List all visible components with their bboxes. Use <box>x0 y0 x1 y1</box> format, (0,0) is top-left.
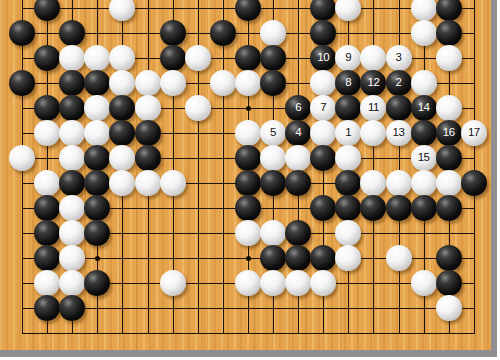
black-stone[interactable] <box>109 95 135 121</box>
black-stone[interactable] <box>34 245 60 271</box>
white-stone[interactable] <box>411 0 437 21</box>
white-stone[interactable] <box>185 45 211 71</box>
black-stone[interactable] <box>135 145 161 171</box>
black-stone[interactable]: 8 <box>335 70 361 96</box>
white-stone[interactable] <box>360 45 386 71</box>
black-stone[interactable] <box>335 95 361 121</box>
white-stone[interactable] <box>235 220 261 246</box>
black-stone[interactable] <box>235 45 261 71</box>
white-stone[interactable] <box>84 120 110 146</box>
white-stone[interactable]: 5 <box>260 120 286 146</box>
white-stone[interactable] <box>411 70 437 96</box>
white-stone[interactable] <box>335 145 361 171</box>
white-stone[interactable]: 17 <box>461 120 487 146</box>
move-number-label: 11 <box>368 102 379 114</box>
move-number-label: 2 <box>396 77 402 89</box>
white-stone[interactable] <box>436 295 462 321</box>
black-stone[interactable]: 6 <box>285 95 311 121</box>
black-stone[interactable]: 10 <box>310 45 336 71</box>
white-stone[interactable] <box>260 270 286 296</box>
black-stone[interactable] <box>285 220 311 246</box>
white-stone[interactable] <box>411 170 437 196</box>
move-number-label: 9 <box>345 52 351 64</box>
black-stone[interactable] <box>135 120 161 146</box>
black-stone[interactable] <box>34 195 60 221</box>
white-stone[interactable] <box>135 70 161 96</box>
black-stone[interactable]: 14 <box>411 95 437 121</box>
black-stone[interactable] <box>34 0 60 21</box>
black-stone[interactable] <box>260 45 286 71</box>
white-stone[interactable] <box>9 145 35 171</box>
grid-line-horizontal <box>22 333 475 334</box>
black-stone[interactable]: 12 <box>360 70 386 96</box>
white-stone[interactable] <box>109 145 135 171</box>
white-stone[interactable] <box>185 95 211 121</box>
black-stone[interactable] <box>436 195 462 221</box>
black-stone[interactable] <box>310 20 336 46</box>
grid-line-horizontal <box>22 308 475 309</box>
white-stone[interactable] <box>411 270 437 296</box>
black-stone[interactable] <box>59 95 85 121</box>
black-stone[interactable] <box>34 45 60 71</box>
black-stone[interactable] <box>235 170 261 196</box>
move-number-label: 15 <box>418 152 430 164</box>
white-stone[interactable]: 7 <box>310 95 336 121</box>
go-board-frame: 1093812267111454113161715 <box>0 0 500 360</box>
white-stone[interactable] <box>411 20 437 46</box>
black-stone[interactable] <box>84 220 110 246</box>
black-stone[interactable]: 2 <box>386 70 412 96</box>
move-number-label: 5 <box>270 127 276 139</box>
white-stone[interactable] <box>84 95 110 121</box>
black-stone[interactable] <box>436 145 462 171</box>
white-stone[interactable] <box>34 120 60 146</box>
go-board[interactable]: 1093812267111454113161715 <box>0 0 491 350</box>
black-stone[interactable] <box>9 20 35 46</box>
black-stone[interactable] <box>436 20 462 46</box>
move-number-label: 12 <box>367 77 379 89</box>
black-stone[interactable] <box>34 295 60 321</box>
move-number-label: 17 <box>468 127 480 139</box>
move-number-label: 1 <box>345 127 351 139</box>
black-stone[interactable] <box>260 245 286 271</box>
white-stone[interactable] <box>260 220 286 246</box>
white-stone[interactable]: 11 <box>360 95 386 121</box>
black-stone[interactable] <box>34 220 60 246</box>
black-stone[interactable] <box>310 195 336 221</box>
black-stone[interactable] <box>436 270 462 296</box>
black-stone[interactable] <box>160 45 186 71</box>
white-stone[interactable]: 1 <box>335 120 361 146</box>
black-stone[interactable] <box>386 95 412 121</box>
white-stone[interactable] <box>436 45 462 71</box>
move-number-label: 14 <box>418 102 430 114</box>
black-stone[interactable] <box>360 195 386 221</box>
move-number-label: 6 <box>295 102 301 114</box>
black-stone[interactable] <box>461 170 487 196</box>
white-stone[interactable]: 9 <box>335 45 361 71</box>
move-number-label: 16 <box>443 127 455 139</box>
black-stone[interactable] <box>59 170 85 196</box>
black-stone[interactable] <box>84 170 110 196</box>
black-stone[interactable] <box>84 145 110 171</box>
white-stone[interactable] <box>59 145 85 171</box>
white-stone[interactable]: 13 <box>386 120 412 146</box>
black-stone[interactable] <box>235 195 261 221</box>
white-stone[interactable] <box>386 170 412 196</box>
white-stone[interactable] <box>260 20 286 46</box>
move-number-label: 8 <box>345 77 351 89</box>
move-number-label: 3 <box>396 52 402 64</box>
white-stone[interactable] <box>335 0 361 21</box>
black-stone[interactable] <box>235 0 261 21</box>
white-stone[interactable] <box>360 120 386 146</box>
white-stone[interactable] <box>310 270 336 296</box>
board-bottom-shadow <box>0 350 497 357</box>
black-stone[interactable]: 16 <box>436 120 462 146</box>
black-stone[interactable] <box>436 245 462 271</box>
white-stone[interactable] <box>335 220 361 246</box>
black-stone[interactable] <box>84 270 110 296</box>
white-stone[interactable] <box>285 270 311 296</box>
white-stone[interactable] <box>59 270 85 296</box>
black-stone[interactable] <box>235 145 261 171</box>
white-stone[interactable] <box>160 70 186 96</box>
black-stone[interactable]: 4 <box>285 120 311 146</box>
black-stone[interactable] <box>310 245 336 271</box>
star-point <box>95 256 100 261</box>
move-number-label: 4 <box>295 127 301 139</box>
black-stone[interactable] <box>310 145 336 171</box>
white-stone[interactable] <box>310 70 336 96</box>
black-stone[interactable] <box>285 245 311 271</box>
white-stone[interactable] <box>210 70 236 96</box>
black-stone[interactable] <box>335 170 361 196</box>
white-stone[interactable] <box>109 170 135 196</box>
white-stone[interactable] <box>135 95 161 121</box>
white-stone[interactable] <box>235 70 261 96</box>
black-stone[interactable] <box>386 195 412 221</box>
black-stone[interactable] <box>34 95 60 121</box>
white-stone[interactable] <box>59 45 85 71</box>
white-stone[interactable] <box>109 0 135 21</box>
white-stone[interactable] <box>84 45 110 71</box>
black-stone[interactable] <box>84 195 110 221</box>
star-point <box>246 106 251 111</box>
white-stone[interactable] <box>109 45 135 71</box>
white-stone[interactable] <box>310 120 336 146</box>
white-stone[interactable] <box>436 95 462 121</box>
black-stone[interactable] <box>436 0 462 21</box>
white-stone[interactable]: 15 <box>411 145 437 171</box>
move-number-label: 13 <box>393 127 405 139</box>
white-stone[interactable] <box>59 220 85 246</box>
white-stone[interactable] <box>109 70 135 96</box>
white-stone[interactable] <box>160 170 186 196</box>
white-stone[interactable] <box>34 270 60 296</box>
black-stone[interactable] <box>9 70 35 96</box>
white-stone[interactable] <box>34 170 60 196</box>
white-stone[interactable]: 3 <box>386 45 412 71</box>
star-point <box>246 256 251 261</box>
white-stone[interactable] <box>260 145 286 171</box>
move-number-label: 7 <box>320 102 326 114</box>
white-stone[interactable] <box>59 245 85 271</box>
black-stone[interactable] <box>59 295 85 321</box>
black-stone[interactable] <box>260 170 286 196</box>
black-stone[interactable] <box>210 20 236 46</box>
black-stone[interactable] <box>160 20 186 46</box>
white-stone[interactable] <box>160 270 186 296</box>
white-stone[interactable] <box>135 170 161 196</box>
black-stone[interactable] <box>310 0 336 21</box>
white-stone[interactable] <box>436 170 462 196</box>
black-stone[interactable] <box>59 70 85 96</box>
white-stone[interactable] <box>335 245 361 271</box>
white-stone[interactable] <box>235 270 261 296</box>
white-stone[interactable] <box>59 195 85 221</box>
black-stone[interactable] <box>335 195 361 221</box>
black-stone[interactable] <box>84 70 110 96</box>
white-stone[interactable] <box>235 120 261 146</box>
black-stone[interactable] <box>411 120 437 146</box>
board-right-shadow <box>491 0 497 357</box>
white-stone[interactable] <box>59 120 85 146</box>
white-stone[interactable] <box>285 145 311 171</box>
black-stone[interactable] <box>109 120 135 146</box>
white-stone[interactable] <box>386 245 412 271</box>
white-stone[interactable] <box>360 170 386 196</box>
black-stone[interactable] <box>285 170 311 196</box>
grid-line-horizontal <box>22 33 475 34</box>
black-stone[interactable] <box>59 20 85 46</box>
black-stone[interactable] <box>411 195 437 221</box>
move-number-label: 10 <box>317 52 329 64</box>
black-stone[interactable] <box>260 70 286 96</box>
